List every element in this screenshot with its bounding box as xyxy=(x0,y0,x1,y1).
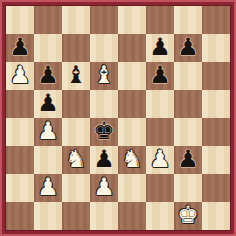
square-h6[interactable] xyxy=(202,62,230,90)
square-f3[interactable]: ♟ xyxy=(146,146,174,174)
square-f2[interactable] xyxy=(146,174,174,202)
piece-white-pawn[interactable]: ♟ xyxy=(9,62,31,89)
square-g2[interactable] xyxy=(174,174,202,202)
piece-black-pawn[interactable]: ♟ xyxy=(149,34,171,61)
square-a7[interactable]: ♟ xyxy=(6,34,34,62)
square-b3[interactable] xyxy=(34,146,62,174)
square-f6[interactable]: ♟ xyxy=(146,62,174,90)
square-e6[interactable] xyxy=(118,62,146,90)
square-e8[interactable] xyxy=(118,6,146,34)
square-c8[interactable] xyxy=(62,6,90,34)
square-b5[interactable]: ♟ xyxy=(34,90,62,118)
square-a3[interactable] xyxy=(6,146,34,174)
square-h8[interactable] xyxy=(202,6,230,34)
square-h7[interactable] xyxy=(202,34,230,62)
square-b6[interactable]: ♟ xyxy=(34,62,62,90)
square-g3[interactable]: ♟ xyxy=(174,146,202,174)
square-f1[interactable] xyxy=(146,202,174,230)
square-f4[interactable] xyxy=(146,118,174,146)
piece-black-pawn[interactable]: ♟ xyxy=(9,34,31,61)
square-b2[interactable]: ♟ xyxy=(34,174,62,202)
piece-white-king[interactable]: ♚ xyxy=(177,202,199,229)
square-e1[interactable] xyxy=(118,202,146,230)
square-f7[interactable]: ♟ xyxy=(146,34,174,62)
square-h4[interactable] xyxy=(202,118,230,146)
piece-black-pawn[interactable]: ♟ xyxy=(37,90,59,117)
square-g7[interactable]: ♟ xyxy=(174,34,202,62)
square-e3[interactable]: ♞ xyxy=(118,146,146,174)
square-c6[interactable]: ♝ xyxy=(62,62,90,90)
square-e5[interactable] xyxy=(118,90,146,118)
square-g4[interactable] xyxy=(174,118,202,146)
square-g1[interactable]: ♚ xyxy=(174,202,202,230)
piece-white-knight[interactable]: ♞ xyxy=(65,146,87,173)
square-b7[interactable] xyxy=(34,34,62,62)
piece-black-pawn[interactable]: ♟ xyxy=(149,62,171,89)
piece-white-knight[interactable]: ♞ xyxy=(121,146,143,173)
square-a6[interactable]: ♟ xyxy=(6,62,34,90)
square-h3[interactable] xyxy=(202,146,230,174)
piece-black-pawn[interactable]: ♟ xyxy=(177,146,199,173)
square-b8[interactable] xyxy=(34,6,62,34)
square-a8[interactable] xyxy=(6,6,34,34)
square-f8[interactable] xyxy=(146,6,174,34)
square-d7[interactable] xyxy=(90,34,118,62)
square-d3[interactable]: ♟ xyxy=(90,146,118,174)
square-d8[interactable] xyxy=(90,6,118,34)
square-g6[interactable] xyxy=(174,62,202,90)
square-c7[interactable] xyxy=(62,34,90,62)
board-frame: ♟♟♟♟♟♝♝♟♟♟♚♞♟♞♟♟♟♟♚ xyxy=(0,0,236,236)
square-d6[interactable]: ♝ xyxy=(90,62,118,90)
square-h5[interactable] xyxy=(202,90,230,118)
square-d4[interactable]: ♚ xyxy=(90,118,118,146)
square-a2[interactable] xyxy=(6,174,34,202)
piece-black-pawn[interactable]: ♟ xyxy=(93,146,115,173)
piece-white-pawn[interactable]: ♟ xyxy=(37,118,59,145)
square-e7[interactable] xyxy=(118,34,146,62)
square-c3[interactable]: ♞ xyxy=(62,146,90,174)
square-d5[interactable] xyxy=(90,90,118,118)
square-c2[interactable] xyxy=(62,174,90,202)
square-d2[interactable]: ♟ xyxy=(90,174,118,202)
square-d1[interactable] xyxy=(90,202,118,230)
square-b4[interactable]: ♟ xyxy=(34,118,62,146)
square-e4[interactable] xyxy=(118,118,146,146)
piece-white-pawn[interactable]: ♟ xyxy=(37,174,59,201)
square-a1[interactable] xyxy=(6,202,34,230)
square-c1[interactable] xyxy=(62,202,90,230)
square-h1[interactable] xyxy=(202,202,230,230)
square-a4[interactable] xyxy=(6,118,34,146)
chess-board: ♟♟♟♟♟♝♝♟♟♟♚♞♟♞♟♟♟♟♚ xyxy=(6,6,230,230)
piece-black-king[interactable]: ♚ xyxy=(93,118,115,145)
square-c5[interactable] xyxy=(62,90,90,118)
square-e2[interactable] xyxy=(118,174,146,202)
square-g8[interactable] xyxy=(174,6,202,34)
piece-black-bishop[interactable]: ♝ xyxy=(65,62,87,89)
square-h2[interactable] xyxy=(202,174,230,202)
piece-white-bishop[interactable]: ♝ xyxy=(93,62,115,89)
piece-white-pawn[interactable]: ♟ xyxy=(93,174,115,201)
square-c4[interactable] xyxy=(62,118,90,146)
square-b1[interactable] xyxy=(34,202,62,230)
piece-black-pawn[interactable]: ♟ xyxy=(37,62,59,89)
square-g5[interactable] xyxy=(174,90,202,118)
piece-black-pawn[interactable]: ♟ xyxy=(177,34,199,61)
square-a5[interactable] xyxy=(6,90,34,118)
square-f5[interactable] xyxy=(146,90,174,118)
piece-white-pawn[interactable]: ♟ xyxy=(149,146,171,173)
